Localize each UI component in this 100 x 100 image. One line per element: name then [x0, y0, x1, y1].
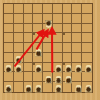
piece-kanji: 飛 — [46, 77, 51, 83]
board-square[interactable] — [24, 72, 34, 82]
board-square[interactable] — [63, 82, 73, 92]
piece-kanji: 香 — [6, 86, 11, 92]
star-point — [63, 33, 65, 35]
board-square[interactable] — [14, 14, 24, 24]
shogi-diagram: 歩桂角歩歩歩歩歩歩歩飛玉銀香銀金金桂香 — [0, 0, 100, 100]
board-square[interactable] — [43, 53, 53, 63]
piece-kanji: 角 — [16, 57, 21, 63]
board-square[interactable] — [82, 53, 92, 63]
piece-kanji: 歩 — [16, 66, 21, 72]
piece-kanji: 香 — [86, 86, 91, 92]
board-square[interactable] — [53, 43, 63, 53]
board-square[interactable] — [33, 72, 43, 82]
board-square[interactable] — [63, 14, 73, 24]
piece-kanji: 歩 — [6, 66, 11, 72]
board-square[interactable] — [82, 14, 92, 24]
piece-kanji: 桂 — [76, 86, 81, 92]
board-square[interactable] — [72, 33, 82, 43]
board-square[interactable] — [63, 53, 73, 63]
board-square[interactable] — [33, 24, 43, 34]
piece-kanji: 歩 — [36, 66, 41, 72]
piece-kanji: 金 — [36, 86, 41, 92]
board-square[interactable] — [53, 4, 63, 14]
board-square[interactable] — [53, 14, 63, 24]
piece-kanji: 桂 — [36, 50, 41, 56]
board-square[interactable] — [82, 43, 92, 53]
board-square[interactable] — [43, 4, 53, 14]
board-square[interactable] — [33, 4, 43, 14]
board-square[interactable] — [4, 72, 14, 82]
board-square[interactable] — [14, 24, 24, 34]
board-square[interactable] — [72, 4, 82, 14]
board-square[interactable] — [43, 43, 53, 53]
board-square[interactable] — [43, 63, 53, 73]
board-square[interactable] — [24, 53, 34, 63]
board-square[interactable] — [43, 33, 53, 43]
piece-kanji: 歩 — [66, 66, 71, 72]
board-square[interactable] — [53, 53, 63, 63]
board-square[interactable] — [24, 4, 34, 14]
board-square[interactable] — [82, 33, 92, 43]
board-square[interactable] — [82, 4, 92, 14]
board-square[interactable] — [72, 24, 82, 34]
board-square[interactable] — [4, 33, 14, 43]
board-square[interactable] — [53, 33, 63, 43]
star-point — [33, 33, 35, 35]
board-square[interactable] — [4, 4, 14, 14]
board-square[interactable] — [14, 72, 24, 82]
board-square[interactable] — [14, 82, 24, 92]
board-square[interactable] — [4, 43, 14, 53]
board-square[interactable] — [14, 4, 24, 14]
board-square[interactable] — [4, 14, 14, 24]
piece-kanji: 歩 — [56, 66, 61, 72]
piece-kanji: 銀 — [66, 77, 71, 83]
board-square[interactable] — [14, 33, 24, 43]
star-point — [63, 63, 65, 65]
board-square[interactable] — [72, 14, 82, 24]
board-square[interactable] — [14, 43, 24, 53]
board-square[interactable] — [63, 33, 73, 43]
board-square[interactable] — [24, 43, 34, 53]
board-square[interactable] — [4, 53, 14, 63]
board-square[interactable] — [82, 72, 92, 82]
board-square[interactable] — [33, 33, 43, 43]
board-square[interactable] — [43, 82, 53, 92]
board-square[interactable] — [72, 53, 82, 63]
board-square[interactable] — [53, 24, 63, 34]
star-point — [33, 63, 35, 65]
piece-kanji: 玉 — [56, 77, 61, 83]
board-square[interactable] — [4, 24, 14, 34]
piece-kanji: 銀 — [26, 86, 31, 92]
piece-kanji: 金 — [56, 86, 61, 92]
board-square[interactable] — [72, 43, 82, 53]
board-square[interactable] — [33, 14, 43, 24]
piece-kanji: 歩 — [76, 66, 81, 72]
board-square[interactable] — [72, 72, 82, 82]
shogi-piece-gote[interactable]: 歩 — [45, 20, 52, 28]
board-square[interactable] — [82, 24, 92, 34]
piece-kanji: 歩 — [46, 20, 51, 26]
board-square[interactable] — [63, 4, 73, 14]
board-square[interactable] — [63, 43, 73, 53]
board-square[interactable] — [24, 14, 34, 24]
board-square[interactable] — [24, 33, 34, 43]
piece-kanji: 歩 — [86, 66, 91, 72]
